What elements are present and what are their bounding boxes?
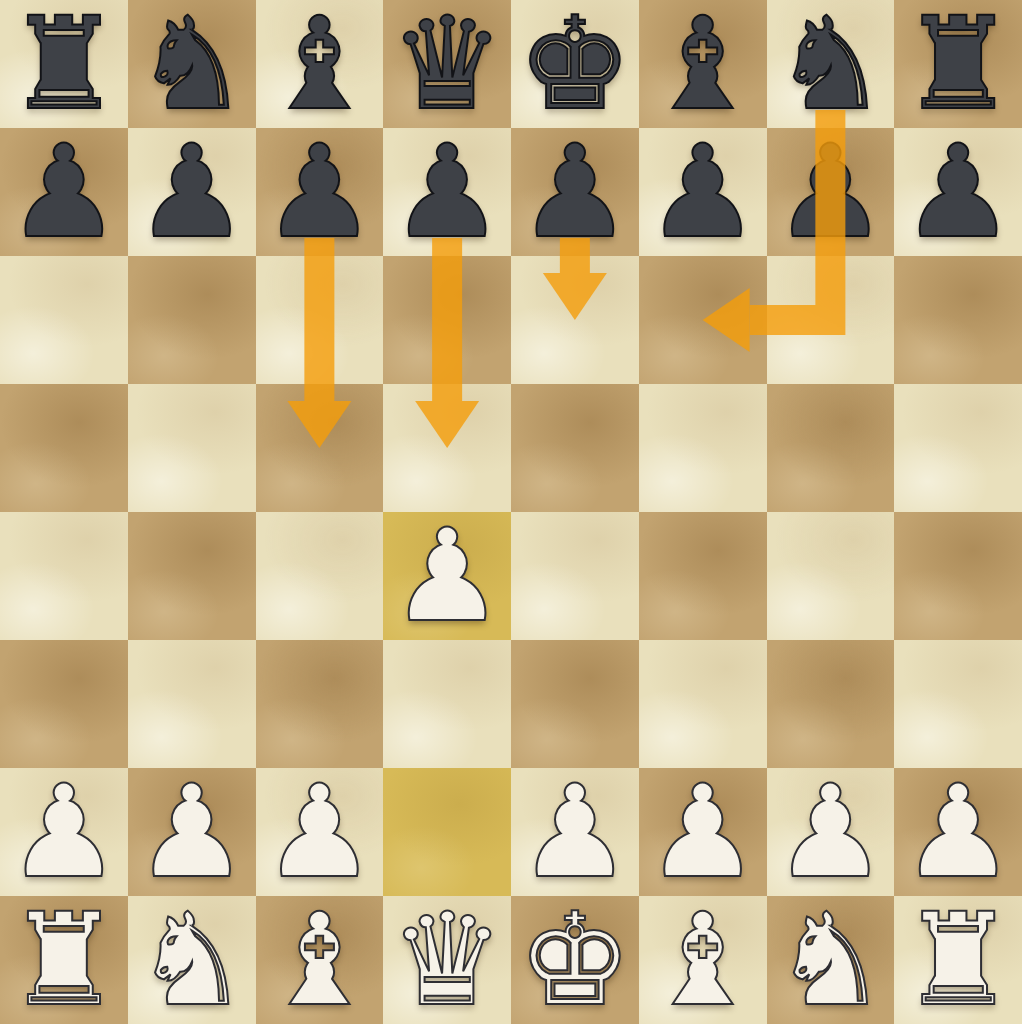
chess-board: ♜♞♝♛♚♝♞♜♟♟♟♟♟♟♟♟♟♟♟♟♟♟♟♟♜♞♝♛♚♝♞♜ bbox=[0, 0, 1022, 1024]
square-f8[interactable]: ♝ bbox=[639, 0, 767, 128]
square-d7[interactable]: ♟ bbox=[383, 128, 511, 256]
white-bishop[interactable]: ♝ bbox=[256, 896, 384, 1024]
square-h1[interactable]: ♜ bbox=[894, 896, 1022, 1024]
square-e2[interactable]: ♟ bbox=[511, 768, 639, 896]
black-pawn[interactable]: ♟ bbox=[894, 128, 1022, 256]
black-pawn[interactable]: ♟ bbox=[256, 128, 384, 256]
square-g3[interactable] bbox=[767, 640, 895, 768]
square-e4[interactable] bbox=[511, 512, 639, 640]
square-a6[interactable] bbox=[0, 256, 128, 384]
square-b7[interactable]: ♟ bbox=[128, 128, 256, 256]
square-a8[interactable]: ♜ bbox=[0, 0, 128, 128]
square-c5[interactable] bbox=[256, 384, 384, 512]
square-h7[interactable]: ♟ bbox=[894, 128, 1022, 256]
square-h5[interactable] bbox=[894, 384, 1022, 512]
square-c7[interactable]: ♟ bbox=[256, 128, 384, 256]
square-g6[interactable] bbox=[767, 256, 895, 384]
square-d3[interactable] bbox=[383, 640, 511, 768]
square-a3[interactable] bbox=[0, 640, 128, 768]
black-pawn[interactable]: ♟ bbox=[128, 128, 256, 256]
white-pawn[interactable]: ♟ bbox=[511, 768, 639, 896]
white-queen[interactable]: ♛ bbox=[383, 896, 511, 1024]
square-h6[interactable] bbox=[894, 256, 1022, 384]
black-knight[interactable]: ♞ bbox=[128, 0, 256, 128]
square-b6[interactable] bbox=[128, 256, 256, 384]
black-queen[interactable]: ♛ bbox=[383, 0, 511, 128]
square-b8[interactable]: ♞ bbox=[128, 0, 256, 128]
square-c8[interactable]: ♝ bbox=[256, 0, 384, 128]
square-h4[interactable] bbox=[894, 512, 1022, 640]
square-c2[interactable]: ♟ bbox=[256, 768, 384, 896]
black-pawn[interactable]: ♟ bbox=[383, 128, 511, 256]
black-knight[interactable]: ♞ bbox=[767, 0, 895, 128]
square-f3[interactable] bbox=[639, 640, 767, 768]
square-f2[interactable]: ♟ bbox=[639, 768, 767, 896]
square-g5[interactable] bbox=[767, 384, 895, 512]
square-h2[interactable]: ♟ bbox=[894, 768, 1022, 896]
square-c6[interactable] bbox=[256, 256, 384, 384]
white-bishop[interactable]: ♝ bbox=[639, 896, 767, 1024]
white-rook[interactable]: ♜ bbox=[0, 896, 128, 1024]
square-h3[interactable] bbox=[894, 640, 1022, 768]
black-pawn[interactable]: ♟ bbox=[767, 128, 895, 256]
square-b5[interactable] bbox=[128, 384, 256, 512]
black-king[interactable]: ♚ bbox=[511, 0, 639, 128]
square-d1[interactable]: ♛ bbox=[383, 896, 511, 1024]
square-e3[interactable] bbox=[511, 640, 639, 768]
square-b3[interactable] bbox=[128, 640, 256, 768]
square-g4[interactable] bbox=[767, 512, 895, 640]
square-c3[interactable] bbox=[256, 640, 384, 768]
white-pawn[interactable]: ♟ bbox=[128, 768, 256, 896]
square-g2[interactable]: ♟ bbox=[767, 768, 895, 896]
square-g1[interactable]: ♞ bbox=[767, 896, 895, 1024]
white-knight[interactable]: ♞ bbox=[128, 896, 256, 1024]
square-d6[interactable] bbox=[383, 256, 511, 384]
square-e1[interactable]: ♚ bbox=[511, 896, 639, 1024]
black-pawn[interactable]: ♟ bbox=[511, 128, 639, 256]
square-c4[interactable] bbox=[256, 512, 384, 640]
square-e5[interactable] bbox=[511, 384, 639, 512]
black-bishop[interactable]: ♝ bbox=[639, 0, 767, 128]
square-e6[interactable] bbox=[511, 256, 639, 384]
square-f5[interactable] bbox=[639, 384, 767, 512]
square-b1[interactable]: ♞ bbox=[128, 896, 256, 1024]
square-d4[interactable]: ♟ bbox=[383, 512, 511, 640]
square-g7[interactable]: ♟ bbox=[767, 128, 895, 256]
square-d2[interactable] bbox=[383, 768, 511, 896]
square-b4[interactable] bbox=[128, 512, 256, 640]
black-bishop[interactable]: ♝ bbox=[256, 0, 384, 128]
square-a5[interactable] bbox=[0, 384, 128, 512]
square-f4[interactable] bbox=[639, 512, 767, 640]
square-b2[interactable]: ♟ bbox=[128, 768, 256, 896]
white-king[interactable]: ♚ bbox=[511, 896, 639, 1024]
square-a4[interactable] bbox=[0, 512, 128, 640]
square-d8[interactable]: ♛ bbox=[383, 0, 511, 128]
square-e8[interactable]: ♚ bbox=[511, 0, 639, 128]
square-f6[interactable] bbox=[639, 256, 767, 384]
black-pawn[interactable]: ♟ bbox=[0, 128, 128, 256]
white-pawn[interactable]: ♟ bbox=[639, 768, 767, 896]
black-rook[interactable]: ♜ bbox=[894, 0, 1022, 128]
square-a1[interactable]: ♜ bbox=[0, 896, 128, 1024]
white-pawn[interactable]: ♟ bbox=[383, 512, 511, 640]
white-pawn[interactable]: ♟ bbox=[0, 768, 128, 896]
white-rook[interactable]: ♜ bbox=[894, 896, 1022, 1024]
square-a2[interactable]: ♟ bbox=[0, 768, 128, 896]
white-pawn[interactable]: ♟ bbox=[256, 768, 384, 896]
square-h8[interactable]: ♜ bbox=[894, 0, 1022, 128]
square-e7[interactable]: ♟ bbox=[511, 128, 639, 256]
square-c1[interactable]: ♝ bbox=[256, 896, 384, 1024]
square-d5[interactable] bbox=[383, 384, 511, 512]
square-g8[interactable]: ♞ bbox=[767, 0, 895, 128]
white-pawn[interactable]: ♟ bbox=[894, 768, 1022, 896]
black-rook[interactable]: ♜ bbox=[0, 0, 128, 128]
white-pawn[interactable]: ♟ bbox=[767, 768, 895, 896]
white-knight[interactable]: ♞ bbox=[767, 896, 895, 1024]
square-a7[interactable]: ♟ bbox=[0, 128, 128, 256]
square-f7[interactable]: ♟ bbox=[639, 128, 767, 256]
black-pawn[interactable]: ♟ bbox=[639, 128, 767, 256]
square-f1[interactable]: ♝ bbox=[639, 896, 767, 1024]
